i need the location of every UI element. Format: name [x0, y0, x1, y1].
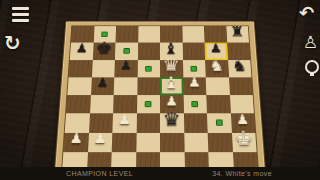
square-f2[interactable]	[184, 132, 208, 151]
square-e2[interactable]	[160, 132, 184, 151]
hint-dot-g3[interactable]	[216, 120, 223, 126]
square-c6[interactable]: ♟	[114, 60, 137, 77]
app-window: ↻ ↶ ♙ ♜♟♚♝♟♟♛♞♞♟♝♟♟♟♛♟♟♟♚ ABCDEFGH CHAMP…	[0, 0, 320, 180]
status-bar: CHAMPION LEVEL 34. White's move	[0, 167, 320, 180]
square-c8[interactable]	[115, 26, 138, 43]
menu-icon[interactable]	[12, 7, 29, 25]
square-h5[interactable]	[229, 77, 253, 95]
square-a5[interactable]	[67, 77, 91, 95]
square-f8[interactable]	[182, 26, 205, 43]
piece-black-king-b7[interactable]: ♚	[95, 40, 113, 57]
square-f3[interactable]	[183, 114, 207, 133]
rotate-board-icon[interactable]: ↻	[4, 31, 21, 55]
piece-white-king-h2[interactable]: ♚	[234, 129, 254, 148]
piece-black-pawn-c6[interactable]: ♟	[120, 59, 133, 71]
hint-dot-f4[interactable]	[192, 101, 199, 107]
square-g4[interactable]	[206, 95, 230, 113]
square-b4[interactable]	[90, 95, 114, 113]
piece-black-queen-e3[interactable]: ♛	[163, 111, 181, 130]
square-f4[interactable]	[183, 95, 207, 113]
piece-black-pawn-a7[interactable]: ♟	[75, 42, 88, 54]
piece-white-pawn-a2[interactable]: ♟	[69, 132, 83, 146]
chess-board: ♜♟♚♝♟♟♛♞♞♟♝♟♟♟♛♟♟♟♚ ABCDEFGH	[53, 21, 267, 180]
square-g6[interactable]: ♞	[205, 60, 228, 77]
hint-dot-f6[interactable]	[191, 66, 198, 72]
hint-dot-b8[interactable]	[101, 32, 108, 37]
piece-white-bishop-e5[interactable]: ♝	[163, 75, 179, 91]
square-e3[interactable]: ♛	[160, 114, 184, 133]
piece-white-pawn-f5[interactable]: ♟	[188, 77, 201, 90]
square-g2[interactable]	[208, 132, 233, 151]
square-b2[interactable]: ♟	[88, 132, 113, 151]
board-grid: ♜♟♚♝♟♟♛♞♞♟♝♟♟♟♛♟♟♟♚	[61, 25, 259, 173]
hint-dot-c7[interactable]	[123, 48, 130, 54]
square-a7[interactable]: ♟	[70, 43, 93, 60]
piece-black-bishop-e7[interactable]: ♝	[163, 41, 179, 56]
piece-black-pawn-b5[interactable]: ♟	[96, 77, 109, 90]
piece-black-rook-h8[interactable]: ♜	[230, 25, 245, 39]
piece-white-knight-g6[interactable]: ♞	[209, 58, 225, 73]
hint-dot-d4[interactable]	[145, 101, 152, 107]
piece-black-pawn-g7[interactable]: ♟	[210, 42, 223, 54]
square-b5[interactable]: ♟	[91, 77, 115, 95]
hint-bulb-icon[interactable]	[305, 60, 319, 74]
square-h8[interactable]: ♜	[226, 26, 249, 43]
square-d6[interactable]	[137, 60, 160, 77]
square-a2[interactable]: ♟	[63, 132, 88, 151]
move-label: 34. White's move	[212, 170, 272, 177]
square-d2[interactable]	[136, 132, 160, 151]
square-b7[interactable]: ♚	[92, 43, 115, 60]
square-d3[interactable]	[136, 114, 160, 133]
piece-black-knight-h6[interactable]: ♞	[231, 58, 247, 73]
square-c3[interactable]: ♟	[112, 114, 136, 133]
piece-white-pawn-h3[interactable]: ♟	[236, 113, 250, 126]
square-a4[interactable]	[66, 95, 90, 113]
piece-white-pawn-c3[interactable]: ♟	[118, 113, 131, 126]
square-d4[interactable]	[137, 95, 160, 113]
piece-white-pawn-e4[interactable]: ♟	[165, 95, 178, 108]
square-h6[interactable]: ♞	[228, 60, 252, 77]
square-d8[interactable]	[138, 26, 160, 43]
square-h2[interactable]: ♚	[231, 132, 256, 151]
level-pawn-icon[interactable]: ♙	[303, 32, 318, 52]
piece-white-pawn-b2[interactable]: ♟	[93, 132, 107, 146]
square-d5[interactable]	[137, 77, 160, 95]
piece-white-queen-e6[interactable]: ♛	[163, 57, 181, 74]
level-label: CHAMPION LEVEL	[66, 170, 133, 177]
square-d7[interactable]	[137, 43, 160, 60]
square-c5[interactable]	[114, 77, 137, 95]
square-f5[interactable]: ♟	[183, 77, 206, 95]
square-c2[interactable]	[112, 132, 136, 151]
square-g3[interactable]	[207, 114, 231, 133]
hint-dot-d6[interactable]	[145, 66, 152, 72]
square-a6[interactable]	[69, 60, 93, 77]
square-g5[interactable]	[206, 77, 230, 95]
undo-icon[interactable]: ↶	[299, 2, 314, 23]
square-f7[interactable]	[182, 43, 205, 60]
board-frame: ♜♟♚♝♟♟♛♞♞♟♝♟♟♟♛♟♟♟♚ ABCDEFGH	[53, 21, 267, 180]
